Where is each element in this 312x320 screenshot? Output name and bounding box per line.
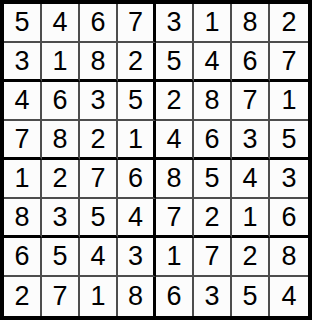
cell-r4c6[interactable]: 6 bbox=[194, 121, 232, 160]
cell-r2c8[interactable]: 7 bbox=[270, 43, 308, 82]
cell-r4c5[interactable]: 4 bbox=[156, 121, 194, 160]
cell-r7c4[interactable]: 3 bbox=[118, 238, 156, 277]
cell-r4c1[interactable]: 7 bbox=[4, 121, 42, 160]
cell-r4c7[interactable]: 3 bbox=[232, 121, 270, 160]
cell-r5c2[interactable]: 2 bbox=[42, 160, 80, 199]
cell-r8c4[interactable]: 8 bbox=[118, 277, 156, 316]
cell-r6c4[interactable]: 4 bbox=[118, 199, 156, 238]
cell-r4c4[interactable]: 1 bbox=[118, 121, 156, 160]
cell-r1c6[interactable]: 1 bbox=[194, 4, 232, 43]
cell-r8c3[interactable]: 1 bbox=[80, 277, 118, 316]
cell-r4c2[interactable]: 8 bbox=[42, 121, 80, 160]
cell-r1c5[interactable]: 3 bbox=[156, 4, 194, 43]
cell-r1c2[interactable]: 4 bbox=[42, 4, 80, 43]
cell-r6c3[interactable]: 5 bbox=[80, 199, 118, 238]
cell-r5c1[interactable]: 1 bbox=[4, 160, 42, 199]
cell-r5c3[interactable]: 7 bbox=[80, 160, 118, 199]
cell-r2c3[interactable]: 8 bbox=[80, 43, 118, 82]
cell-r7c8[interactable]: 8 bbox=[270, 238, 308, 277]
cell-r2c5[interactable]: 5 bbox=[156, 43, 194, 82]
cell-r3c4[interactable]: 5 bbox=[118, 82, 156, 121]
cell-r1c3[interactable]: 6 bbox=[80, 4, 118, 43]
cell-r8c6[interactable]: 3 bbox=[194, 277, 232, 316]
cell-r8c2[interactable]: 7 bbox=[42, 277, 80, 316]
cell-r3c2[interactable]: 6 bbox=[42, 82, 80, 121]
cell-r2c1[interactable]: 3 bbox=[4, 43, 42, 82]
cell-r3c6[interactable]: 8 bbox=[194, 82, 232, 121]
cell-r7c1[interactable]: 6 bbox=[4, 238, 42, 277]
cell-r3c8[interactable]: 1 bbox=[270, 82, 308, 121]
cell-r1c1[interactable]: 5 bbox=[4, 4, 42, 43]
cell-r5c5[interactable]: 8 bbox=[156, 160, 194, 199]
cell-r2c2[interactable]: 1 bbox=[42, 43, 80, 82]
cell-r1c4[interactable]: 7 bbox=[118, 4, 156, 43]
cell-r3c7[interactable]: 7 bbox=[232, 82, 270, 121]
cell-r5c8[interactable]: 3 bbox=[270, 160, 308, 199]
sudoku-board: 5467318231825467463528717821463512768543… bbox=[0, 0, 312, 320]
cell-r7c3[interactable]: 4 bbox=[80, 238, 118, 277]
cell-r6c7[interactable]: 1 bbox=[232, 199, 270, 238]
cell-r2c4[interactable]: 2 bbox=[118, 43, 156, 82]
cell-r7c7[interactable]: 2 bbox=[232, 238, 270, 277]
cell-r2c6[interactable]: 4 bbox=[194, 43, 232, 82]
cell-r8c8[interactable]: 4 bbox=[270, 277, 308, 316]
cell-r4c8[interactable]: 5 bbox=[270, 121, 308, 160]
cell-r1c8[interactable]: 2 bbox=[270, 4, 308, 43]
cell-r7c5[interactable]: 1 bbox=[156, 238, 194, 277]
cell-r6c6[interactable]: 2 bbox=[194, 199, 232, 238]
cell-r3c5[interactable]: 2 bbox=[156, 82, 194, 121]
cell-r6c8[interactable]: 6 bbox=[270, 199, 308, 238]
cell-r6c1[interactable]: 8 bbox=[4, 199, 42, 238]
cell-r6c2[interactable]: 3 bbox=[42, 199, 80, 238]
cell-r5c6[interactable]: 5 bbox=[194, 160, 232, 199]
cell-r6c5[interactable]: 7 bbox=[156, 199, 194, 238]
cell-r1c7[interactable]: 8 bbox=[232, 4, 270, 43]
cell-r3c3[interactable]: 3 bbox=[80, 82, 118, 121]
cell-r5c4[interactable]: 6 bbox=[118, 160, 156, 199]
cell-r8c1[interactable]: 2 bbox=[4, 277, 42, 316]
cell-r7c6[interactable]: 7 bbox=[194, 238, 232, 277]
cell-r8c7[interactable]: 5 bbox=[232, 277, 270, 316]
cell-r3c1[interactable]: 4 bbox=[4, 82, 42, 121]
cell-r7c2[interactable]: 5 bbox=[42, 238, 80, 277]
cell-r2c7[interactable]: 6 bbox=[232, 43, 270, 82]
cell-r8c5[interactable]: 6 bbox=[156, 277, 194, 316]
cell-r4c3[interactable]: 2 bbox=[80, 121, 118, 160]
cell-r5c7[interactable]: 4 bbox=[232, 160, 270, 199]
